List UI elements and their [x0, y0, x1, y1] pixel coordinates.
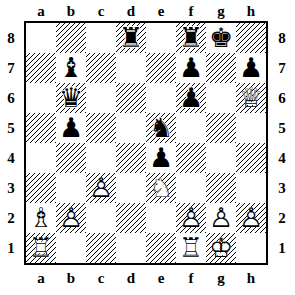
square-h1[interactable] [236, 233, 266, 263]
file-label-top-a: a [26, 1, 56, 21]
black-queen-icon: ♛ [56, 83, 86, 113]
square-f8[interactable]: ♜ [176, 23, 206, 53]
black-rook-icon: ♜ [116, 23, 146, 53]
rank-label-left-7: 7 [0, 53, 22, 83]
square-e5[interactable]: ♞ [146, 113, 176, 143]
piece-black-bishop: ♝ [56, 53, 86, 83]
rank-label-right-6: 6 [271, 83, 293, 113]
file-label-bottom-f: f [176, 268, 206, 288]
black-pawn-icon: ♟ [176, 83, 206, 113]
piece-black-rook: ♜ [116, 23, 146, 53]
square-b6[interactable]: ♛ [56, 83, 86, 113]
square-a7[interactable] [26, 53, 56, 83]
black-king-icon: ♚ [206, 23, 236, 53]
white-pawn-icon: ♙ [56, 203, 86, 233]
rank-label-left-1: 1 [0, 233, 22, 263]
rank-label-left-3: 3 [0, 173, 22, 203]
black-pawn-icon: ♟ [146, 143, 176, 173]
square-c2[interactable] [86, 203, 116, 233]
rank-label-left-6: 6 [0, 83, 22, 113]
file-label-bottom-c: c [86, 268, 116, 288]
piece-white-king: ♚♔ [206, 233, 236, 263]
square-c4[interactable] [86, 143, 116, 173]
piece-white-pawn: ♟♙ [56, 203, 86, 233]
white-knight-icon: ♘ [146, 173, 176, 203]
white-king-icon: ♔ [206, 233, 236, 263]
square-f2[interactable]: ♟♙ [176, 203, 206, 233]
rank-labels-left: 87654321 [0, 23, 22, 263]
square-d8[interactable]: ♜ [116, 23, 146, 53]
piece-black-king: ♚ [206, 23, 236, 53]
square-e3[interactable]: ♞♘ [146, 173, 176, 203]
square-c8[interactable] [86, 23, 116, 53]
black-knight-icon: ♞ [146, 113, 176, 143]
square-f7[interactable]: ♟ [176, 53, 206, 83]
chess-diagram: abcdefgh 87654321 ♜♜♚♝♟♟♛♟♛♕♟♞♟♟♙♞♘♝♗♟♙♟… [0, 0, 295, 295]
square-b7[interactable]: ♝ [56, 53, 86, 83]
square-a1[interactable]: ♜♖ [26, 233, 56, 263]
square-d1[interactable] [116, 233, 146, 263]
white-rook-icon: ♖ [176, 233, 206, 263]
square-h6[interactable]: ♛♕ [236, 83, 266, 113]
square-b2[interactable]: ♟♙ [56, 203, 86, 233]
square-d2[interactable] [116, 203, 146, 233]
square-a8[interactable] [26, 23, 56, 53]
square-b8[interactable] [56, 23, 86, 53]
square-e2[interactable] [146, 203, 176, 233]
white-pawn-icon: ♙ [86, 173, 116, 203]
square-c7[interactable] [86, 53, 116, 83]
piece-black-pawn: ♟ [236, 53, 266, 83]
square-d7[interactable] [116, 53, 146, 83]
piece-black-queen: ♛ [56, 83, 86, 113]
square-d6[interactable] [116, 83, 146, 113]
piece-white-queen: ♛♕ [236, 83, 266, 113]
square-g3[interactable] [206, 173, 236, 203]
file-label-bottom-g: g [206, 268, 236, 288]
file-label-top-g: g [206, 1, 236, 21]
square-h3[interactable] [236, 173, 266, 203]
file-label-bottom-e: e [146, 268, 176, 288]
rank-label-right-2: 2 [271, 203, 293, 233]
piece-black-knight: ♞ [146, 113, 176, 143]
rank-label-left-8: 8 [0, 23, 22, 53]
square-e4[interactable]: ♟ [146, 143, 176, 173]
square-f5[interactable] [176, 113, 206, 143]
file-label-top-b: b [56, 1, 86, 21]
rank-label-right-8: 8 [271, 23, 293, 53]
piece-white-rook: ♜♖ [26, 233, 56, 263]
file-label-top-d: d [116, 1, 146, 21]
square-h4[interactable] [236, 143, 266, 173]
rank-label-right-1: 1 [271, 233, 293, 263]
rank-label-right-4: 4 [271, 143, 293, 173]
file-label-top-h: h [236, 1, 266, 21]
white-bishop-icon: ♗ [26, 203, 56, 233]
white-rook-icon: ♖ [26, 233, 56, 263]
square-b5[interactable]: ♟ [56, 113, 86, 143]
file-labels-top: abcdefgh [26, 1, 266, 21]
piece-white-rook: ♜♖ [176, 233, 206, 263]
piece-black-pawn: ♟ [146, 143, 176, 173]
square-a4[interactable] [26, 143, 56, 173]
piece-black-rook: ♜ [176, 23, 206, 53]
piece-white-pawn: ♟♙ [236, 203, 266, 233]
white-pawn-icon: ♙ [176, 203, 206, 233]
square-e6[interactable] [146, 83, 176, 113]
chess-board: ♜♜♚♝♟♟♛♟♛♕♟♞♟♟♙♞♘♝♗♟♙♟♙♟♙♟♙♜♖♜♖♚♔ [24, 21, 268, 265]
rank-label-left-2: 2 [0, 203, 22, 233]
square-d5[interactable] [116, 113, 146, 143]
square-a5[interactable] [26, 113, 56, 143]
white-pawn-icon: ♙ [206, 203, 236, 233]
square-a3[interactable] [26, 173, 56, 203]
file-label-bottom-d: d [116, 268, 146, 288]
square-g7[interactable] [206, 53, 236, 83]
square-b3[interactable] [56, 173, 86, 203]
square-h8[interactable] [236, 23, 266, 53]
piece-white-bishop: ♝♗ [26, 203, 56, 233]
piece-black-pawn: ♟ [56, 113, 86, 143]
square-b4[interactable] [56, 143, 86, 173]
piece-black-pawn: ♟ [176, 83, 206, 113]
rank-label-left-4: 4 [0, 143, 22, 173]
black-pawn-icon: ♟ [56, 113, 86, 143]
square-f1[interactable]: ♜♖ [176, 233, 206, 263]
square-c5[interactable] [86, 113, 116, 143]
square-e7[interactable] [146, 53, 176, 83]
square-h2[interactable]: ♟♙ [236, 203, 266, 233]
square-g5[interactable] [206, 113, 236, 143]
square-c6[interactable] [86, 83, 116, 113]
white-pawn-icon: ♙ [236, 203, 266, 233]
square-f6[interactable]: ♟ [176, 83, 206, 113]
square-d3[interactable] [116, 173, 146, 203]
rank-label-right-3: 3 [271, 173, 293, 203]
black-bishop-icon: ♝ [56, 53, 86, 83]
square-c1[interactable] [86, 233, 116, 263]
square-g2[interactable]: ♟♙ [206, 203, 236, 233]
file-label-top-c: c [86, 1, 116, 21]
rank-labels-right: 87654321 [271, 23, 293, 263]
square-f3[interactable] [176, 173, 206, 203]
piece-white-pawn: ♟♙ [86, 173, 116, 203]
square-a2[interactable]: ♝♗ [26, 203, 56, 233]
rank-label-right-7: 7 [271, 53, 293, 83]
square-b1[interactable] [56, 233, 86, 263]
piece-white-knight: ♞♘ [146, 173, 176, 203]
piece-black-pawn: ♟ [176, 53, 206, 83]
square-h7[interactable]: ♟ [236, 53, 266, 83]
rank-label-right-5: 5 [271, 113, 293, 143]
square-d4[interactable] [116, 143, 146, 173]
white-queen-icon: ♕ [236, 83, 266, 113]
square-g1[interactable]: ♚♔ [206, 233, 236, 263]
square-e1[interactable] [146, 233, 176, 263]
square-g4[interactable] [206, 143, 236, 173]
black-pawn-icon: ♟ [236, 53, 266, 83]
file-label-bottom-b: b [56, 268, 86, 288]
square-g6[interactable] [206, 83, 236, 113]
file-labels-bottom: abcdefgh [26, 268, 266, 288]
square-f4[interactable] [176, 143, 206, 173]
rank-label-left-5: 5 [0, 113, 22, 143]
file-label-bottom-h: h [236, 268, 266, 288]
file-label-top-e: e [146, 1, 176, 21]
piece-white-pawn: ♟♙ [176, 203, 206, 233]
file-label-top-f: f [176, 1, 206, 21]
piece-white-pawn: ♟♙ [206, 203, 236, 233]
file-label-bottom-a: a [26, 268, 56, 288]
square-c3[interactable]: ♟♙ [86, 173, 116, 203]
black-pawn-icon: ♟ [176, 53, 206, 83]
square-a6[interactable] [26, 83, 56, 113]
square-e8[interactable] [146, 23, 176, 53]
square-g8[interactable]: ♚ [206, 23, 236, 53]
square-h5[interactable] [236, 113, 266, 143]
black-rook-icon: ♜ [176, 23, 206, 53]
